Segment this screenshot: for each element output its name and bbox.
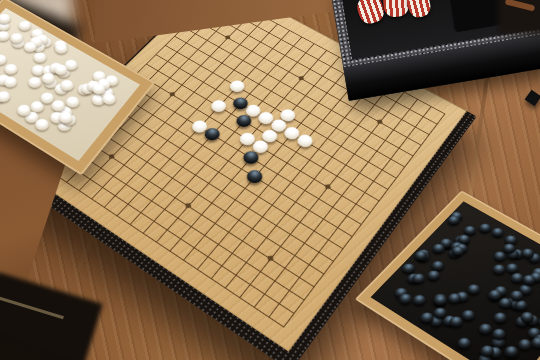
- black-tray-stone: [454, 336, 473, 352]
- black-tray-stone: [409, 293, 427, 308]
- white-stone: [227, 78, 247, 94]
- white-tray-stone: [31, 50, 49, 64]
- hoshi-point: [298, 76, 304, 80]
- hoshi-point: [267, 256, 273, 262]
- black-stone: [240, 149, 261, 167]
- red-striped-stack: [405, 0, 432, 19]
- hoshi-point: [377, 119, 383, 124]
- white-tray-stone: [16, 19, 33, 33]
- photo-scene: [0, 0, 540, 360]
- hoshi-point: [170, 92, 175, 96]
- black-tray-stone: [491, 310, 510, 326]
- white-tray-stone: [0, 12, 13, 25]
- hoshi-point: [325, 184, 331, 189]
- white-tray-stone: [0, 89, 12, 104]
- hoshi-point: [109, 154, 114, 159]
- white-stone: [237, 130, 258, 147]
- white-stone: [208, 98, 228, 114]
- red-striped-stack: [355, 0, 387, 26]
- hoshi-point: [185, 203, 191, 208]
- white-stone: [250, 138, 271, 155]
- hoshi-point: [225, 35, 230, 39]
- black-stone: [244, 168, 266, 186]
- red-striped-stack: [382, 0, 409, 18]
